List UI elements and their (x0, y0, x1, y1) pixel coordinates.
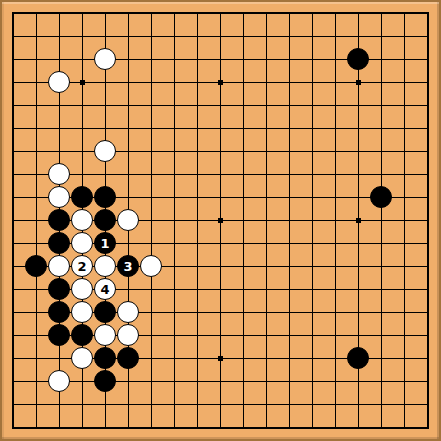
star-point (218, 356, 223, 361)
black-stone-move-3: 3 (117, 255, 139, 277)
black-stone (94, 370, 116, 392)
white-stone (117, 209, 139, 231)
black-stone (94, 347, 116, 369)
black-stone (370, 186, 392, 208)
white-stone (117, 301, 139, 323)
white-stone (48, 163, 70, 185)
star-point (218, 218, 223, 223)
white-stone (48, 255, 70, 277)
star-point (80, 80, 85, 85)
black-stone (347, 347, 369, 369)
black-stone (71, 324, 93, 346)
black-stone (48, 301, 70, 323)
white-stone (71, 278, 93, 300)
black-stone (48, 232, 70, 254)
white-stone (94, 48, 116, 70)
white-stone-move-4: 4 (94, 278, 116, 300)
black-stone (94, 301, 116, 323)
white-stone (71, 347, 93, 369)
black-stone-move-1: 1 (94, 232, 116, 254)
white-stone (48, 71, 70, 93)
white-stone (94, 255, 116, 277)
black-stone (94, 186, 116, 208)
white-stone (48, 186, 70, 208)
star-point (218, 80, 223, 85)
black-stone (48, 278, 70, 300)
black-stone (71, 186, 93, 208)
white-stone (140, 255, 162, 277)
star-point (356, 80, 361, 85)
go-board[interactable]: 1234 (0, 0, 441, 441)
black-stone (347, 48, 369, 70)
white-stone (71, 301, 93, 323)
white-stone (117, 324, 139, 346)
black-stone (48, 324, 70, 346)
white-stone (71, 232, 93, 254)
black-stone (25, 255, 47, 277)
white-stone (94, 140, 116, 162)
star-point (356, 218, 361, 223)
white-stone (94, 324, 116, 346)
black-stone (94, 209, 116, 231)
white-stone (71, 209, 93, 231)
black-stone (117, 347, 139, 369)
white-stone (48, 370, 70, 392)
black-stone (48, 209, 70, 231)
white-stone-move-2: 2 (71, 255, 93, 277)
